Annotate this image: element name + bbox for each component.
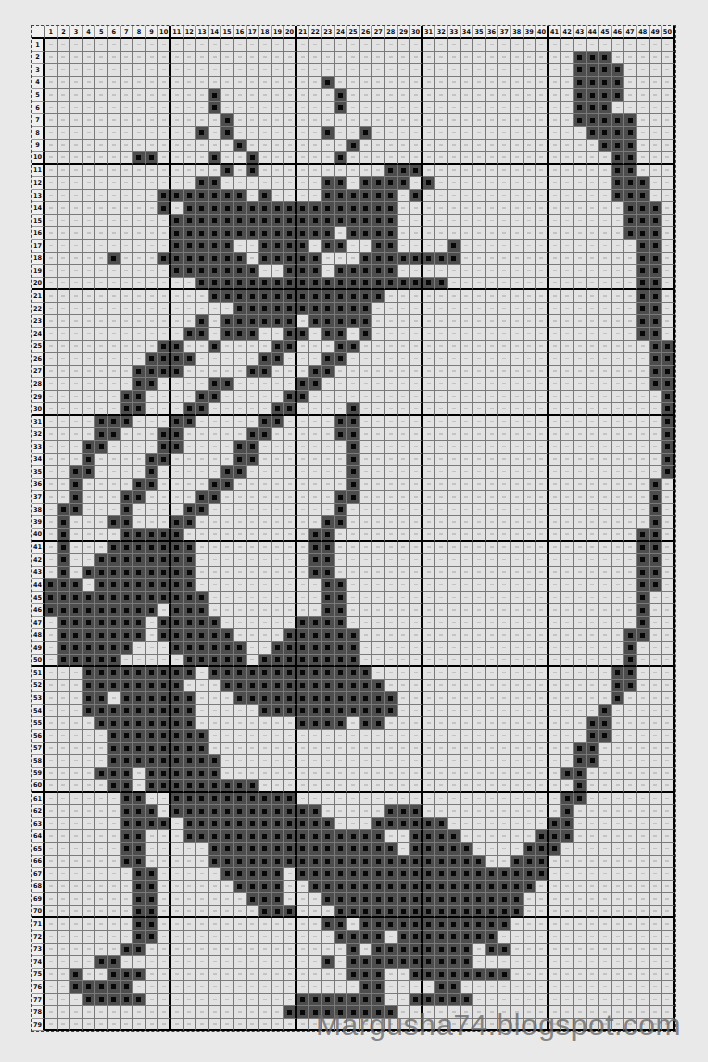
- cell-r59c31: [423, 768, 436, 781]
- cell-r32c23: [322, 428, 335, 441]
- stitch-r60c6: [108, 780, 121, 793]
- stitch-r66c17: [247, 856, 260, 869]
- cell-r2c24: [335, 52, 348, 65]
- stitch-r55c21: [297, 717, 310, 730]
- cell-r56c5: [95, 730, 108, 743]
- stitch-r11c28: [385, 165, 398, 178]
- cell-r9c41: [549, 140, 562, 153]
- cell-r12c44: [587, 177, 600, 190]
- stitch-r20c18: [259, 278, 272, 291]
- cell-r65c29: [398, 843, 411, 856]
- cell-r21c12: [184, 290, 197, 303]
- stitch-r73c33: [448, 944, 461, 957]
- stitch-r15c16: [234, 215, 247, 228]
- cell-r43c15: [221, 567, 234, 580]
- stitch-r46c13: [196, 604, 209, 617]
- cell-r43c27: [372, 567, 385, 580]
- stitch-r31c25: [347, 416, 360, 429]
- cell-r20c46: [612, 278, 625, 291]
- cell-r4c14: [209, 77, 222, 90]
- stitch-r17c23: [322, 240, 335, 253]
- stitch-r61c18: [259, 793, 272, 806]
- cell-r33c28: [385, 441, 398, 454]
- stitch-r22c16: [234, 303, 247, 316]
- stitch-r56c9: [146, 730, 159, 743]
- cell-r41c16: [234, 542, 247, 555]
- cell-r59c29: [398, 768, 411, 781]
- cell-r41c41: [549, 542, 562, 555]
- stitch-r57c13: [196, 743, 209, 756]
- cell-r30c47: [624, 403, 637, 416]
- cell-r26c2: [58, 353, 71, 366]
- stitch-r65c17: [247, 843, 260, 856]
- cell-r78c12: [184, 1006, 197, 1019]
- stitch-r21c49: [650, 290, 663, 303]
- stitch-r31c5: [95, 416, 108, 429]
- cell-r73c23: [322, 944, 335, 957]
- cell-r26c32: [435, 353, 448, 366]
- cell-r2c42: [561, 52, 574, 65]
- cell-r59c49: [650, 768, 663, 781]
- cell-r33c9: [146, 441, 159, 454]
- cell-r13c32: [435, 190, 448, 203]
- cell-r2c28: [385, 52, 398, 65]
- cell-r29c39: [524, 391, 537, 404]
- cell-r71c19: [272, 918, 285, 931]
- cell-r6c49: [650, 102, 663, 115]
- cell-r6c48: [637, 102, 650, 115]
- stitch-r9c16: [234, 140, 247, 153]
- cell-r77c47: [624, 994, 637, 1007]
- cell-r34c36: [486, 454, 499, 467]
- cell-r33c48: [637, 441, 650, 454]
- cell-r7c13: [196, 114, 209, 127]
- cell-r2c7: [121, 52, 134, 65]
- cell-r51c33: [448, 667, 461, 680]
- cell-r1c50: [662, 39, 675, 52]
- stitch-r18c10: [158, 253, 171, 266]
- cell-r42c28: [385, 554, 398, 567]
- stitch-r65c32: [435, 843, 448, 856]
- cell-r79c3: [70, 1019, 83, 1032]
- col-label-22: 22: [309, 26, 322, 39]
- stitch-r37c49: [650, 491, 663, 504]
- stitch-r54c20: [284, 705, 297, 718]
- stitch-r62c29: [398, 805, 411, 818]
- cell-r64c43: [574, 830, 587, 843]
- stitch-r67c33: [448, 868, 461, 881]
- cell-r36c31: [423, 479, 436, 492]
- cell-r37c19: [272, 491, 285, 504]
- cell-r4c24: [335, 77, 348, 90]
- cell-r10c48: [637, 152, 650, 165]
- stitch-r67c8: [133, 868, 146, 881]
- stitch-r23c17: [247, 315, 260, 328]
- cell-r35c34: [461, 466, 474, 479]
- row-label-20: 20: [32, 278, 45, 291]
- cell-r20c45: [599, 278, 612, 291]
- cell-r65c1: [45, 843, 58, 856]
- cell-r42c30: [410, 554, 423, 567]
- cell-r64c28: [385, 830, 398, 843]
- stitch-r41c8: [133, 542, 146, 555]
- cell-r5c38: [511, 89, 524, 102]
- stitch-r16c21: [297, 227, 310, 240]
- cell-r64c47: [624, 830, 637, 843]
- row-label-37: 37: [32, 491, 45, 504]
- cell-r35c10: [158, 466, 171, 479]
- cell-r4c4: [83, 77, 96, 90]
- cell-r19c2: [58, 265, 71, 278]
- cell-r7c19: [272, 114, 285, 127]
- cell-r40c42: [561, 529, 574, 542]
- cell-r21c36: [486, 290, 499, 303]
- stitch-r13c23: [322, 190, 335, 203]
- cell-r55c18: [259, 717, 272, 730]
- cell-r70c7: [121, 906, 134, 919]
- cell-r29c15: [221, 391, 234, 404]
- cell-r78c14: [209, 1006, 222, 1019]
- cell-r76c29: [398, 981, 411, 994]
- stitch-r37c25: [347, 491, 360, 504]
- cell-r29c44: [587, 391, 600, 404]
- cell-r40c34: [461, 529, 474, 542]
- stitch-r43c10: [158, 567, 171, 580]
- cell-r25c48: [637, 341, 650, 354]
- cell-r79c16: [234, 1019, 247, 1032]
- cell-r57c22: [309, 743, 322, 756]
- cell-r21c39: [524, 290, 537, 303]
- cell-r29c42: [561, 391, 574, 404]
- cell-r25c4: [83, 341, 96, 354]
- cell-r41c32: [435, 542, 448, 555]
- cell-r2c25: [347, 52, 360, 65]
- stitch-r26c11: [171, 353, 184, 366]
- cell-r50c40: [536, 655, 549, 668]
- cell-r61c4: [83, 793, 96, 806]
- cell-r78c3: [70, 1006, 83, 1019]
- cell-r62c45: [599, 805, 612, 818]
- cell-r26c48: [637, 353, 650, 366]
- cell-r13c8: [133, 190, 146, 203]
- cell-r28c47: [624, 378, 637, 391]
- stitch-r57c11: [171, 743, 184, 756]
- stitch-r67c18: [259, 868, 272, 881]
- cell-r77c39: [524, 994, 537, 1007]
- cell-r28c31: [423, 378, 436, 391]
- cell-r57c2: [58, 743, 71, 756]
- cell-r60c47: [624, 780, 637, 793]
- cell-r65c42: [561, 843, 574, 856]
- cell-r46c38: [511, 604, 524, 617]
- cell-r8c30: [410, 127, 423, 140]
- stitch-r62c28: [385, 805, 398, 818]
- cell-r64c44: [587, 830, 600, 843]
- stitch-r48c3: [70, 629, 83, 642]
- cell-r25c35: [473, 341, 486, 354]
- stitch-r2c43: [574, 52, 587, 65]
- stitch-r56c12: [184, 730, 197, 743]
- cell-r48c33: [448, 629, 461, 642]
- cell-r21c35: [473, 290, 486, 303]
- cell-r31c10: [158, 416, 171, 429]
- cell-r1c16: [234, 39, 247, 52]
- cell-r36c34: [461, 479, 474, 492]
- cell-r38c48: [637, 504, 650, 517]
- cell-r25c45: [599, 341, 612, 354]
- cell-r76c50: [662, 981, 675, 994]
- cell-r49c8: [133, 642, 146, 655]
- cell-r2c13: [196, 52, 209, 65]
- cell-r55c17: [247, 717, 260, 730]
- cell-r35c30: [410, 466, 423, 479]
- cell-r33c45: [599, 441, 612, 454]
- stitch-r65c20: [284, 843, 297, 856]
- cell-r39c25: [347, 516, 360, 529]
- cell-r49c38: [511, 642, 524, 655]
- stitch-r67c17: [247, 868, 260, 881]
- cell-r34c2: [58, 454, 71, 467]
- cell-r4c49: [650, 77, 663, 90]
- cell-r24c2: [58, 328, 71, 341]
- cell-r47c9: [146, 617, 159, 630]
- cell-r60c36: [486, 780, 499, 793]
- stitch-r53c4: [83, 692, 96, 705]
- cell-r11c16: [234, 165, 247, 178]
- stitch-r64c40: [536, 830, 549, 843]
- cell-r13c3: [70, 190, 83, 203]
- stitch-r52c11: [171, 680, 184, 693]
- stitch-r36c15: [221, 479, 234, 492]
- cell-r45c40: [536, 592, 549, 605]
- stitch-r52c18: [259, 680, 272, 693]
- cell-r78c9: [146, 1006, 159, 1019]
- cell-r28c2: [58, 378, 71, 391]
- cell-r66c50: [662, 856, 675, 869]
- cell-r6c3: [70, 102, 83, 115]
- cell-r8c5: [95, 127, 108, 140]
- cell-r5c49: [650, 89, 663, 102]
- stitch-r18c21: [297, 253, 310, 266]
- cell-r26c28: [385, 353, 398, 366]
- stitch-r20c14: [209, 278, 222, 291]
- stitch-r55c5: [95, 717, 108, 730]
- cell-r47c43: [574, 617, 587, 630]
- cell-r11c23: [322, 165, 335, 178]
- cell-r32c38: [511, 428, 524, 441]
- cell-r14c45: [599, 202, 612, 215]
- stitch-r20c28: [385, 278, 398, 291]
- stitch-r46c11: [171, 604, 184, 617]
- cell-r76c14: [209, 981, 222, 994]
- cell-r60c33: [448, 780, 461, 793]
- cell-r43c35: [473, 567, 486, 580]
- stitch-r62c8: [133, 805, 146, 818]
- cell-r44c50: [662, 579, 675, 592]
- cell-r40c46: [612, 529, 625, 542]
- cell-r6c35: [473, 102, 486, 115]
- stitch-r51c6: [108, 667, 121, 680]
- cell-r55c29: [398, 717, 411, 730]
- cell-r72c38: [511, 931, 524, 944]
- cell-r60c41: [549, 780, 562, 793]
- cell-r45c38: [511, 592, 524, 605]
- cell-r25c21: [297, 341, 310, 354]
- cell-r12c33: [448, 177, 461, 190]
- cell-r40c31: [423, 529, 436, 542]
- cell-r74c20: [284, 956, 297, 969]
- cell-r58c4: [83, 755, 96, 768]
- stitch-r67c15: [221, 868, 234, 881]
- cell-r30c2: [58, 403, 71, 416]
- stitch-r72c8: [133, 931, 146, 944]
- stitch-r59c11: [171, 768, 184, 781]
- cell-r35c37: [498, 466, 511, 479]
- cell-r47c34: [461, 617, 474, 630]
- stitch-r10c46: [612, 152, 625, 165]
- cell-r67c49: [650, 868, 663, 881]
- cell-r13c41: [549, 190, 562, 203]
- cell-r37c34: [461, 491, 474, 504]
- cell-r1c33: [448, 39, 461, 52]
- stitch-r69c9: [146, 893, 159, 906]
- cell-r36c21: [297, 479, 310, 492]
- stitch-r41c12: [184, 542, 197, 555]
- stitch-r43c23: [322, 567, 335, 580]
- cell-r64c46: [612, 830, 625, 843]
- cell-r73c14: [209, 944, 222, 957]
- cell-r42c26: [360, 554, 373, 567]
- cell-r34c48: [637, 454, 650, 467]
- stitch-r16c13: [196, 227, 209, 240]
- cell-r26c6: [108, 353, 121, 366]
- stitch-r73c7: [121, 944, 134, 957]
- stitch-r69c35: [473, 893, 486, 906]
- stitch-r40c22: [309, 529, 322, 542]
- stitch-r49c5: [95, 642, 108, 655]
- cell-r40c47: [624, 529, 637, 542]
- cell-r75c45: [599, 969, 612, 982]
- cell-r49c26: [360, 642, 373, 655]
- stitch-r59c42: [561, 768, 574, 781]
- stitch-r11c15: [221, 165, 234, 178]
- cell-r54c47: [624, 705, 637, 718]
- cell-r25c47: [624, 341, 637, 354]
- col-label-26: 26: [360, 26, 373, 39]
- stitch-r4c46: [612, 77, 625, 90]
- cell-r31c34: [461, 416, 474, 429]
- cell-r29c33: [448, 391, 461, 404]
- stitch-r26c9: [146, 353, 159, 366]
- cell-r31c3: [70, 416, 83, 429]
- cell-r1c30: [410, 39, 423, 52]
- stitch-r19c16: [234, 265, 247, 278]
- cell-r72c21: [297, 931, 310, 944]
- cell-r20c6: [108, 278, 121, 291]
- stitch-r33c11: [171, 441, 184, 454]
- cell-r23c8: [133, 315, 146, 328]
- cell-r69c41: [549, 893, 562, 906]
- cell-r3c34: [461, 64, 474, 77]
- cell-r11c40: [536, 165, 549, 178]
- cell-r53c44: [587, 692, 600, 705]
- cell-r50c36: [486, 655, 499, 668]
- stitch-r40c49: [650, 529, 663, 542]
- stitch-r64c31: [423, 830, 436, 843]
- cell-r5c33: [448, 89, 461, 102]
- stitch-r69c25: [347, 893, 360, 906]
- cell-r76c34: [461, 981, 474, 994]
- stitch-r30c7: [121, 403, 134, 416]
- cell-r32c21: [297, 428, 310, 441]
- cell-r75c2: [58, 969, 71, 982]
- cell-r5c28: [385, 89, 398, 102]
- cell-r11c18: [259, 165, 272, 178]
- cell-r44c35: [473, 579, 486, 592]
- cell-r20c41: [549, 278, 562, 291]
- cell-r25c37: [498, 341, 511, 354]
- stitch-r68c37: [498, 881, 511, 894]
- stitch-r24c20: [284, 328, 297, 341]
- cell-r8c1: [45, 127, 58, 140]
- stitch-r66c18: [259, 856, 272, 869]
- cell-r65c48: [637, 843, 650, 856]
- stitch-r50c16: [234, 655, 247, 668]
- stitch-r67c35: [473, 868, 486, 881]
- row-label-58: 58: [32, 755, 45, 768]
- cell-r24c31: [423, 328, 436, 341]
- cell-r24c47: [624, 328, 637, 341]
- cell-r42c39: [524, 554, 537, 567]
- cell-r19c39: [524, 265, 537, 278]
- cell-r37c46: [612, 491, 625, 504]
- cell-r10c2: [58, 152, 71, 165]
- cell-r2c23: [322, 52, 335, 65]
- cell-r74c18: [259, 956, 272, 969]
- cell-r29c17: [247, 391, 260, 404]
- cell-r42c40: [536, 554, 549, 567]
- stitch-r19c22: [309, 265, 322, 278]
- cell-r59c4: [83, 768, 96, 781]
- cell-r23c41: [549, 315, 562, 328]
- stitch-r54c6: [108, 705, 121, 718]
- cell-r39c50: [662, 516, 675, 529]
- cell-r51c28: [385, 667, 398, 680]
- cell-r40c6: [108, 529, 121, 542]
- cell-r6c30: [410, 102, 423, 115]
- cell-r77c50: [662, 994, 675, 1007]
- cell-r79c12: [184, 1019, 197, 1032]
- cell-r74c3: [70, 956, 83, 969]
- cell-r26c17: [247, 353, 260, 366]
- cell-r25c5: [95, 341, 108, 354]
- cell-r6c11: [171, 102, 184, 115]
- cell-r51c27: [372, 667, 385, 680]
- cell-r31c4: [83, 416, 96, 429]
- stitch-r67c9: [146, 868, 159, 881]
- col-label-42: 42: [561, 26, 574, 39]
- cell-r14c33: [448, 202, 461, 215]
- cell-r45c22: [309, 592, 322, 605]
- cell-r65c49: [650, 843, 663, 856]
- stitch-r39c6: [108, 516, 121, 529]
- cell-r1c2: [58, 39, 71, 52]
- cell-r27c4: [83, 366, 96, 379]
- stitch-r48c8: [133, 629, 146, 642]
- cell-r40c26: [360, 529, 373, 542]
- cell-r53c50: [662, 692, 675, 705]
- cell-r23c50: [662, 315, 675, 328]
